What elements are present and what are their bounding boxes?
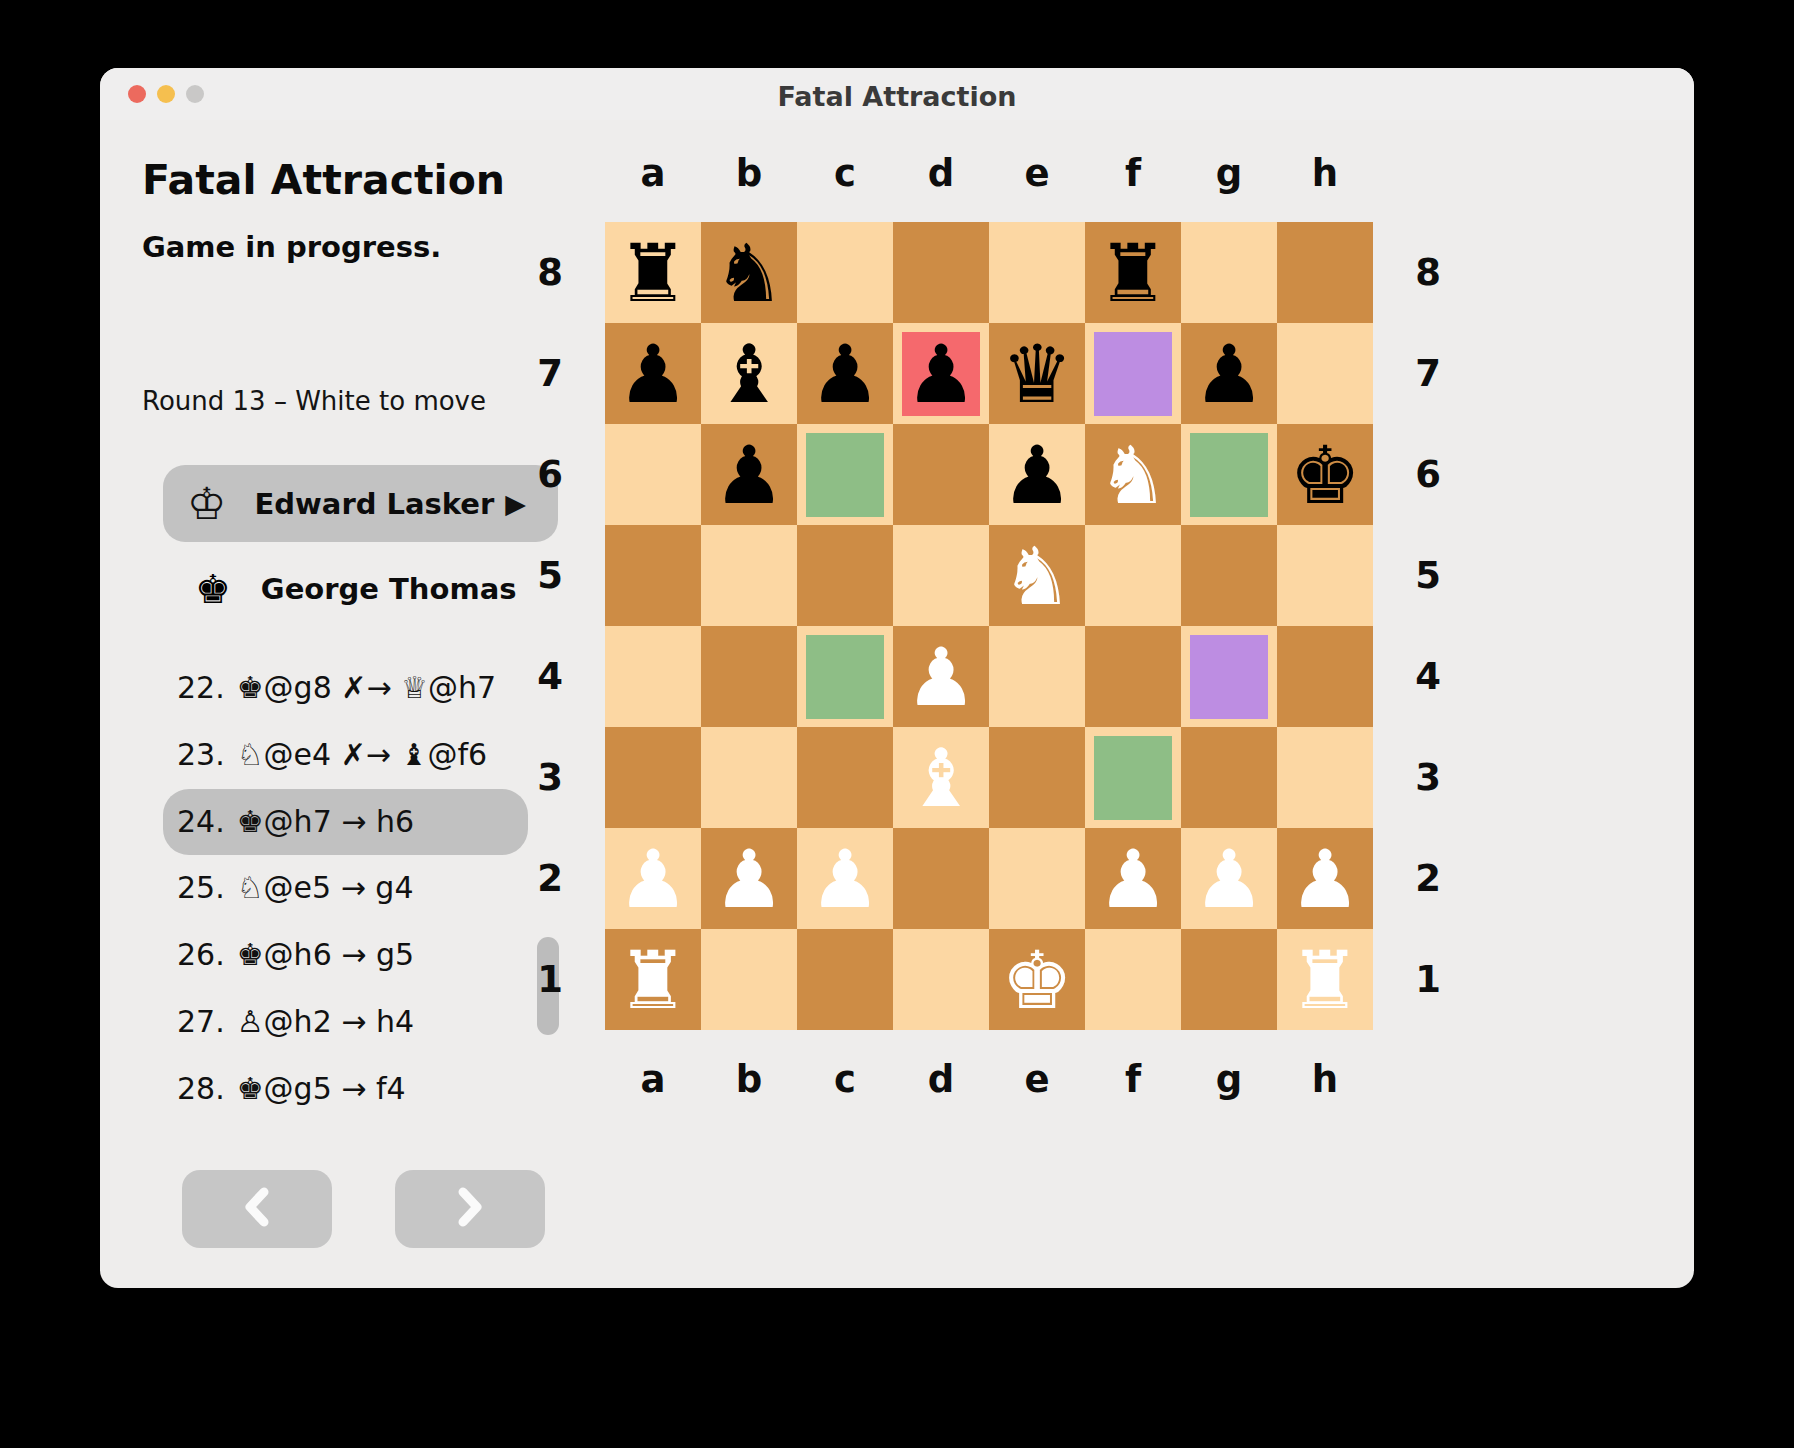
square-g4[interactable]	[1181, 626, 1277, 727]
square-b5[interactable]	[701, 525, 797, 626]
piece-black-bishop: ♝	[701, 323, 797, 424]
rank-label-1: 1	[1398, 929, 1458, 1030]
square-a7[interactable]: ♟	[605, 323, 701, 424]
rank-label-3: 3	[520, 727, 580, 828]
piece-white-pawn: ♟	[1181, 828, 1277, 929]
piece-black-pawn: ♟	[989, 424, 1085, 525]
piece-white-pawn: ♟	[893, 626, 989, 727]
piece-white-king: ♚	[989, 929, 1085, 1030]
page-title: Fatal Attraction	[142, 156, 505, 204]
square-e7[interactable]: ♛	[989, 323, 1085, 424]
chevron-left-icon	[237, 1183, 277, 1235]
next-move-button[interactable]	[395, 1170, 545, 1248]
square-f4[interactable]	[1085, 626, 1181, 727]
move-list-item[interactable]: 25.♘@e5 → g4	[163, 855, 528, 922]
square-h6[interactable]: ♚	[1277, 424, 1373, 525]
player-black-name: George Thomas	[261, 572, 517, 606]
rank-label-2: 2	[520, 828, 580, 929]
square-b6[interactable]: ♟	[701, 424, 797, 525]
square-e3[interactable]	[989, 727, 1085, 828]
move-number: 28.	[177, 1071, 225, 1106]
green-highlight-f3	[1094, 736, 1172, 820]
piece-black-queen: ♛	[989, 323, 1085, 424]
file-label-g: g	[1181, 148, 1277, 200]
green-highlight-c4	[806, 635, 884, 719]
rank-label-4: 4	[1398, 626, 1458, 727]
square-g2[interactable]: ♟	[1181, 828, 1277, 929]
file-label-a: a	[605, 148, 701, 200]
rank-label-3: 3	[1398, 727, 1458, 828]
screen: Fatal Attraction Fatal Attraction Game i…	[0, 0, 1794, 1448]
move-number: 22.	[177, 670, 225, 705]
square-a1[interactable]: ♜	[605, 929, 701, 1030]
square-f5[interactable]	[1085, 525, 1181, 626]
piece-white-rook: ♜	[605, 929, 701, 1030]
square-g3[interactable]	[1181, 727, 1277, 828]
piece-black-pawn: ♟	[605, 323, 701, 424]
move-notation: ♘@e4 ✗→ ♝@f6	[237, 737, 487, 772]
file-label-c: c	[797, 1054, 893, 1106]
piece-black-knight: ♞	[701, 222, 797, 323]
previous-move-button[interactable]	[182, 1170, 332, 1248]
square-c1[interactable]	[797, 929, 893, 1030]
piece-black-pawn: ♟	[701, 424, 797, 525]
square-d3[interactable]: ♝	[893, 727, 989, 828]
move-number: 27.	[177, 1004, 225, 1039]
round-label: Round 13 – White to move	[142, 386, 486, 416]
square-b7[interactable]: ♝	[701, 323, 797, 424]
rank-label-8: 8	[1398, 222, 1458, 323]
square-e1[interactable]: ♚	[989, 929, 1085, 1030]
file-label-d: d	[893, 148, 989, 200]
move-number: 24.	[177, 804, 225, 839]
square-a6[interactable]	[605, 424, 701, 525]
square-f7[interactable]	[1085, 323, 1181, 424]
piece-black-pawn: ♟	[1181, 323, 1277, 424]
file-label-g: g	[1181, 1054, 1277, 1106]
white-king-icon: ♔	[187, 482, 226, 526]
player-white-name: Edward Lasker	[254, 487, 494, 521]
file-label-d: d	[893, 1054, 989, 1106]
square-h3[interactable]	[1277, 727, 1373, 828]
move-notation: ♚@g5 → f4	[237, 1071, 406, 1106]
square-h5[interactable]	[1277, 525, 1373, 626]
rank-label-8: 8	[520, 222, 580, 323]
move-notation: ♘@e5 → g4	[237, 870, 414, 905]
piece-black-pawn: ♟	[893, 323, 989, 424]
piece-white-knight: ♞	[1085, 424, 1181, 525]
rank-label-4: 4	[520, 626, 580, 727]
file-label-c: c	[797, 148, 893, 200]
move-list: 22.♚@g8 ✗→ ♕@h723.♘@e4 ✗→ ♝@f624.♚@h7 → …	[163, 655, 528, 1123]
piece-black-pawn: ♟	[797, 323, 893, 424]
square-h8[interactable]	[1277, 222, 1373, 323]
square-c3[interactable]	[797, 727, 893, 828]
square-f2[interactable]: ♟	[1085, 828, 1181, 929]
square-h4[interactable]	[1277, 626, 1373, 727]
rank-label-1: 1	[520, 929, 580, 1030]
file-label-e: e	[989, 148, 1085, 200]
square-f1[interactable]	[1085, 929, 1181, 1030]
file-label-f: f	[1085, 1054, 1181, 1106]
window-title: Fatal Attraction	[100, 68, 1694, 120]
square-a4[interactable]	[605, 626, 701, 727]
square-c8[interactable]	[797, 222, 893, 323]
square-e2[interactable]	[989, 828, 1085, 929]
square-e5[interactable]: ♞	[989, 525, 1085, 626]
file-label-b: b	[701, 148, 797, 200]
file-labels-top: abcdefgh	[605, 148, 1373, 200]
rank-label-6: 6	[520, 424, 580, 525]
move-list-item[interactable]: 22.♚@g8 ✗→ ♕@h7	[163, 655, 528, 722]
file-label-e: e	[989, 1054, 1085, 1106]
square-d4[interactable]: ♟	[893, 626, 989, 727]
piece-white-pawn: ♟	[605, 828, 701, 929]
square-b8[interactable]: ♞	[701, 222, 797, 323]
square-f8[interactable]: ♜	[1085, 222, 1181, 323]
file-label-h: h	[1277, 148, 1373, 200]
rank-label-2: 2	[1398, 828, 1458, 929]
square-b1[interactable]	[701, 929, 797, 1030]
square-a5[interactable]	[605, 525, 701, 626]
square-c4[interactable]	[797, 626, 893, 727]
rank-label-5: 5	[520, 525, 580, 626]
chevron-right-icon	[450, 1183, 490, 1235]
square-d5[interactable]	[893, 525, 989, 626]
chess-board: ♜♞♜♟♝♟♟♛♟♟♟♞♚♞♟♝♟♟♟♟♟♟♜♚♜	[605, 222, 1373, 1030]
move-list-item[interactable]: 23.♘@e4 ✗→ ♝@f6	[163, 722, 528, 789]
square-b2[interactable]: ♟	[701, 828, 797, 929]
square-c2[interactable]: ♟	[797, 828, 893, 929]
piece-black-rook: ♜	[605, 222, 701, 323]
move-list-item[interactable]: 26.♚@h6 → g5	[163, 922, 528, 989]
piece-black-rook: ♜	[1085, 222, 1181, 323]
piece-white-pawn: ♟	[1085, 828, 1181, 929]
square-d6[interactable]	[893, 424, 989, 525]
rank-labels-left: 87654321	[520, 222, 580, 1030]
square-g5[interactable]	[1181, 525, 1277, 626]
rank-label-5: 5	[1398, 525, 1458, 626]
square-a2[interactable]: ♟	[605, 828, 701, 929]
green-highlight-g6	[1190, 433, 1268, 517]
square-e6[interactable]: ♟	[989, 424, 1085, 525]
move-notation: ♚@h6 → g5	[237, 937, 414, 972]
piece-white-bishop: ♝	[893, 727, 989, 828]
purple-highlight-f7	[1094, 332, 1172, 416]
rank-label-7: 7	[1398, 323, 1458, 424]
square-c6[interactable]	[797, 424, 893, 525]
rank-label-6: 6	[1398, 424, 1458, 525]
black-king-icon: ♚	[195, 569, 231, 609]
player-black-row[interactable]: ♚ George Thomas	[163, 560, 558, 618]
piece-white-pawn: ♟	[797, 828, 893, 929]
square-c5[interactable]	[797, 525, 893, 626]
square-f3[interactable]	[1085, 727, 1181, 828]
square-b4[interactable]	[701, 626, 797, 727]
square-d8[interactable]	[893, 222, 989, 323]
square-e4[interactable]	[989, 626, 1085, 727]
square-h2[interactable]: ♟	[1277, 828, 1373, 929]
file-label-a: a	[605, 1054, 701, 1106]
file-labels-bottom: abcdefgh	[605, 1054, 1373, 1106]
square-g7[interactable]: ♟	[1181, 323, 1277, 424]
square-e8[interactable]	[989, 222, 1085, 323]
file-label-h: h	[1277, 1054, 1373, 1106]
move-number: 23.	[177, 737, 225, 772]
square-f6[interactable]: ♞	[1085, 424, 1181, 525]
player-white-button[interactable]: ♔ Edward Lasker ▶	[163, 465, 558, 542]
titlebar: Fatal Attraction	[100, 68, 1694, 120]
file-label-f: f	[1085, 148, 1181, 200]
square-h7[interactable]	[1277, 323, 1373, 424]
move-list-item[interactable]: 27.♙@h2 → h4	[163, 989, 528, 1056]
piece-black-king: ♚	[1277, 424, 1373, 525]
piece-white-pawn: ♟	[701, 828, 797, 929]
square-d2[interactable]	[893, 828, 989, 929]
move-list-item[interactable]: 28.♚@g5 → f4	[163, 1056, 528, 1123]
move-number: 26.	[177, 937, 225, 972]
rank-label-7: 7	[520, 323, 580, 424]
move-list-item[interactable]: 24.♚@h7 → h6	[163, 789, 528, 856]
move-notation: ♚@g8 ✗→ ♕@h7	[237, 670, 496, 705]
game-status: Game in progress.	[142, 230, 441, 264]
rank-labels-right: 87654321	[1398, 222, 1458, 1030]
square-h1[interactable]: ♜	[1277, 929, 1373, 1030]
app-window: Fatal Attraction Fatal Attraction Game i…	[100, 68, 1694, 1288]
piece-white-knight: ♞	[989, 525, 1085, 626]
square-d1[interactable]	[893, 929, 989, 1030]
square-b3[interactable]	[701, 727, 797, 828]
move-notation: ♚@h7 → h6	[237, 804, 414, 839]
file-label-b: b	[701, 1054, 797, 1106]
green-highlight-c6	[806, 433, 884, 517]
square-d7[interactable]: ♟	[893, 323, 989, 424]
purple-highlight-g4	[1190, 635, 1268, 719]
move-notation: ♙@h2 → h4	[237, 1004, 414, 1039]
square-a8[interactable]: ♜	[605, 222, 701, 323]
square-c7[interactable]: ♟	[797, 323, 893, 424]
square-a3[interactable]	[605, 727, 701, 828]
piece-white-rook: ♜	[1277, 929, 1373, 1030]
move-number: 25.	[177, 870, 225, 905]
square-g6[interactable]	[1181, 424, 1277, 525]
square-g1[interactable]	[1181, 929, 1277, 1030]
square-g8[interactable]	[1181, 222, 1277, 323]
piece-white-pawn: ♟	[1277, 828, 1373, 929]
